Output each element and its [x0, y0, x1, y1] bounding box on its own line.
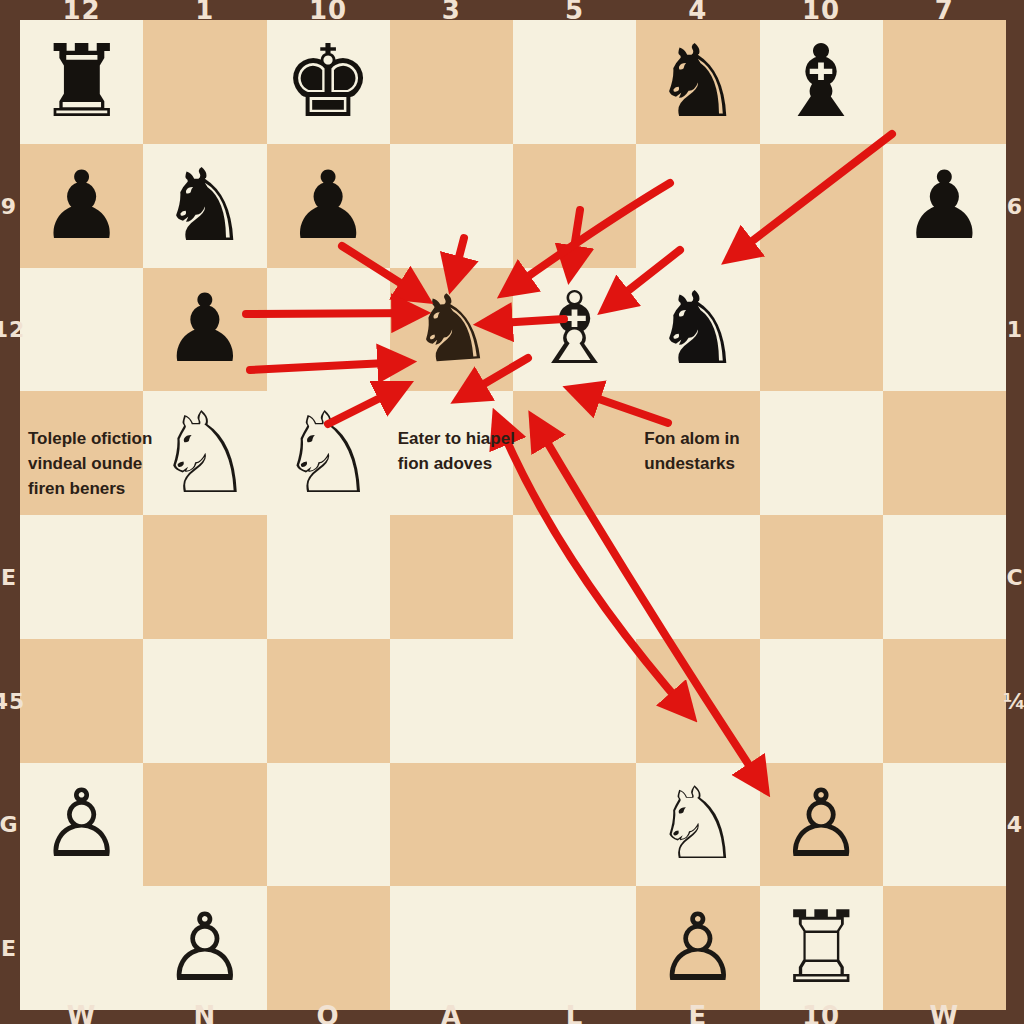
square-e1 — [513, 886, 636, 1010]
square-a7: ♟ — [20, 144, 143, 268]
edge-label: 12 — [0, 317, 25, 342]
edge-label: O — [317, 1001, 340, 1024]
square-b4 — [143, 515, 266, 639]
edge-label: E — [1, 564, 17, 589]
square-g7 — [760, 144, 883, 268]
edge-label: 4 — [1007, 812, 1023, 837]
square-c3 — [267, 639, 390, 763]
square-f6: ♞ — [636, 268, 759, 392]
square-b3 — [143, 639, 266, 763]
sketched-knight-icon: ♞ — [407, 281, 496, 379]
caption-a5: Toleple ofiction vindeal ounde firen ben… — [28, 427, 152, 501]
scribbled-black-knight-icon: ♞ — [653, 279, 743, 379]
square-e3 — [513, 639, 636, 763]
square-b1: ♙ — [143, 886, 266, 1010]
square-h4 — [883, 515, 1006, 639]
chess-diagram-page: { "game": "chess", "description": "Styli… — [0, 0, 1024, 1024]
square-d4 — [390, 515, 513, 639]
square-h2 — [883, 763, 1006, 887]
board-frame: ♜♚♞♝♟♞♟♟♟♞♗♞♘♘♙♘♙♙♙♖ 12110354107WNOALE10… — [0, 0, 1024, 1024]
white-rook-icon: ♖ — [776, 898, 866, 998]
black-rook-icon: ♜ — [37, 32, 127, 132]
edge-label: W — [930, 1001, 960, 1024]
edge-label: C — [1006, 564, 1023, 589]
edge-label: 1 — [1007, 317, 1023, 342]
white-knight-icon: ♘ — [278, 397, 378, 509]
black-bishop-icon: ♝ — [776, 32, 866, 132]
edge-label: A — [441, 1001, 462, 1024]
square-f7 — [636, 144, 759, 268]
edge-label: 5 — [565, 0, 584, 25]
square-e7 — [513, 144, 636, 268]
black-pawn-icon: ♟ — [286, 159, 370, 253]
black-king-icon: ♚ — [283, 32, 373, 132]
square-f1: ♙ — [636, 886, 759, 1010]
black-pawn-icon: ♟ — [39, 159, 123, 253]
square-g3 — [760, 639, 883, 763]
edge-label: 45 — [0, 688, 25, 713]
white-pawn-icon: ♙ — [779, 777, 863, 871]
square-g4 — [760, 515, 883, 639]
caption-d5: Eater to hiapel fion adoves — [398, 427, 515, 476]
square-h5 — [883, 391, 1006, 515]
square-a8: ♜ — [20, 20, 143, 144]
black-knight-icon: ♞ — [160, 156, 250, 256]
square-c5: ♘ — [267, 391, 390, 515]
square-d3 — [390, 639, 513, 763]
square-g6 — [760, 268, 883, 392]
white-pawn-icon: ♙ — [656, 901, 740, 995]
square-e8 — [513, 20, 636, 144]
square-a1 — [20, 886, 143, 1010]
white-knight-icon: ♘ — [155, 397, 255, 509]
square-e2 — [513, 763, 636, 887]
edge-label: 9 — [1, 193, 17, 218]
edge-label: 10 — [309, 0, 347, 25]
white-pawn-icon: ♙ — [163, 901, 247, 995]
square-h6 — [883, 268, 1006, 392]
square-d8 — [390, 20, 513, 144]
square-f3 — [636, 639, 759, 763]
square-h7: ♟ — [883, 144, 1006, 268]
edge-label: L — [566, 1001, 584, 1024]
edge-label: 1 — [195, 0, 214, 25]
square-a4 — [20, 515, 143, 639]
square-f8: ♞ — [636, 20, 759, 144]
edge-label: 12 — [63, 0, 101, 25]
chess-board: ♜♚♞♝♟♞♟♟♟♞♗♞♘♘♙♘♙♙♙♖ — [20, 20, 1006, 1010]
square-d2 — [390, 763, 513, 887]
square-c1 — [267, 886, 390, 1010]
edge-label: W — [67, 1001, 97, 1024]
square-f4 — [636, 515, 759, 639]
square-d6: ♞ — [390, 268, 513, 392]
square-b5: ♘ — [143, 391, 266, 515]
square-f2: ♘ — [636, 763, 759, 887]
square-b2 — [143, 763, 266, 887]
square-e6: ♗ — [513, 268, 636, 392]
caption-f5: Fon alom in undestarks — [644, 427, 739, 476]
square-h3 — [883, 639, 1006, 763]
square-b8 — [143, 20, 266, 144]
edge-label: 10 — [802, 0, 840, 25]
square-c8: ♚ — [267, 20, 390, 144]
square-a2: ♙ — [20, 763, 143, 887]
square-c7: ♟ — [267, 144, 390, 268]
square-h8 — [883, 20, 1006, 144]
square-e4 — [513, 515, 636, 639]
edge-label: E — [688, 1001, 707, 1024]
square-b7: ♞ — [143, 144, 266, 268]
edge-label: 3 — [442, 0, 461, 25]
square-c6 — [267, 268, 390, 392]
square-g8: ♝ — [760, 20, 883, 144]
square-e5 — [513, 391, 636, 515]
square-c2 — [267, 763, 390, 887]
white-knight-icon: ♘ — [653, 774, 743, 874]
edge-label: 6 — [1007, 193, 1023, 218]
square-a6 — [20, 268, 143, 392]
black-pawn-icon: ♟ — [902, 159, 986, 253]
square-d7 — [390, 144, 513, 268]
edge-label: 10 — [802, 1001, 840, 1024]
edge-label: G — [0, 812, 19, 837]
square-c4 — [267, 515, 390, 639]
square-a3 — [20, 639, 143, 763]
edge-label: E — [1, 936, 17, 961]
black-knight-icon: ♞ — [653, 32, 743, 132]
edge-label: 7 — [935, 0, 954, 25]
white-bishop-icon: ♗ — [530, 279, 620, 379]
square-d1 — [390, 886, 513, 1010]
square-g5 — [760, 391, 883, 515]
edge-label: ¼ — [1003, 688, 1024, 713]
black-pawn-icon: ♟ — [163, 282, 247, 376]
edge-label: 4 — [688, 0, 707, 25]
square-h1 — [883, 886, 1006, 1010]
square-g2: ♙ — [760, 763, 883, 887]
square-g1: ♖ — [760, 886, 883, 1010]
square-b6: ♟ — [143, 268, 266, 392]
white-pawn-icon: ♙ — [39, 777, 123, 871]
edge-label: N — [193, 1001, 216, 1024]
